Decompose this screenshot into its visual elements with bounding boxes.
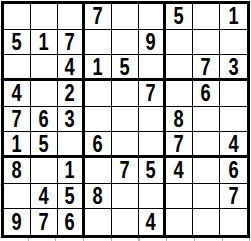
cell-r7c2[interactable] xyxy=(31,158,58,184)
cell-r1c3[interactable] xyxy=(58,4,85,30)
cell-r7c9[interactable]: 6 xyxy=(220,158,247,184)
cell-r5c8[interactable] xyxy=(193,107,220,133)
cell-r9c2[interactable]: 7 xyxy=(31,209,58,235)
cell-r5c9[interactable] xyxy=(220,107,247,133)
given-digit: 5 xyxy=(120,55,130,78)
cell-r9c4[interactable] xyxy=(85,209,112,235)
given-digit: 5 xyxy=(39,132,49,155)
given-digit: 8 xyxy=(174,107,184,131)
cell-r3c2[interactable] xyxy=(31,55,58,81)
left-gridline-ticks xyxy=(0,1,1,238)
cell-r4c3[interactable]: 2 xyxy=(58,81,85,107)
given-digit: 6 xyxy=(39,107,49,131)
cell-r1c1[interactable] xyxy=(4,4,31,30)
given-digit: 5 xyxy=(65,184,75,208)
cell-r6c6[interactable] xyxy=(139,132,166,158)
cell-r4c2[interactable] xyxy=(31,81,58,107)
cell-r3c7[interactable] xyxy=(166,55,193,81)
given-digit: 7 xyxy=(228,184,238,208)
cell-r8c2[interactable]: 4 xyxy=(31,184,58,210)
cell-r6c9[interactable]: 4 xyxy=(220,132,247,158)
cell-r2c4[interactable] xyxy=(85,30,112,56)
given-digit: 7 xyxy=(201,55,211,78)
given-digit: 7 xyxy=(65,30,75,54)
given-digit: 3 xyxy=(65,107,75,131)
cell-r9c1[interactable]: 9 xyxy=(4,209,31,235)
given-digit: 7 xyxy=(12,107,22,131)
given-digit: 9 xyxy=(12,210,22,234)
cell-r7c6[interactable]: 5 xyxy=(139,158,166,184)
cell-r5c1[interactable]: 7 xyxy=(4,107,31,133)
given-digit: 9 xyxy=(146,30,156,54)
cell-r9c8[interactable] xyxy=(193,209,220,235)
cell-r2c3[interactable]: 7 xyxy=(58,30,85,56)
cell-r2c2[interactable]: 1 xyxy=(31,30,58,56)
given-digit: 5 xyxy=(12,30,22,54)
cell-r8c8[interactable] xyxy=(193,184,220,210)
given-digit: 1 xyxy=(93,55,103,78)
cell-r4c4[interactable] xyxy=(85,81,112,107)
cell-r2c5[interactable] xyxy=(112,30,139,56)
cell-r8c3[interactable]: 5 xyxy=(58,184,85,210)
given-digit: 5 xyxy=(174,4,184,28)
cell-r9c3[interactable]: 6 xyxy=(58,209,85,235)
cell-r5c2[interactable]: 6 xyxy=(31,107,58,133)
cell-r9c9[interactable] xyxy=(220,209,247,235)
cell-r2c6[interactable]: 9 xyxy=(139,30,166,56)
cell-r2c9[interactable] xyxy=(220,30,247,56)
cell-r6c1[interactable]: 1 xyxy=(4,132,31,158)
given-digit: 1 xyxy=(12,132,22,155)
cell-r1c9[interactable]: 1 xyxy=(220,4,247,30)
cell-r1c7[interactable]: 5 xyxy=(166,4,193,30)
cell-r1c6[interactable] xyxy=(139,4,166,30)
cell-r1c4[interactable]: 7 xyxy=(85,4,112,30)
given-digit: 8 xyxy=(93,184,103,208)
cell-r4c7[interactable] xyxy=(166,81,193,107)
given-digit: 5 xyxy=(146,158,156,182)
cell-r7c8[interactable] xyxy=(193,158,220,184)
cell-r7c5[interactable]: 7 xyxy=(112,158,139,184)
cell-r6c3[interactable] xyxy=(58,132,85,158)
cell-r8c9[interactable]: 7 xyxy=(220,184,247,210)
given-digit: 7 xyxy=(174,132,184,155)
given-digit: 4 xyxy=(146,210,156,234)
cell-r7c1[interactable]: 8 xyxy=(4,158,31,184)
cell-r3c3[interactable]: 4 xyxy=(58,55,85,81)
given-digit: 4 xyxy=(12,81,22,105)
given-digit: 1 xyxy=(228,4,238,28)
cell-r4c1[interactable]: 4 xyxy=(4,81,31,107)
given-digit: 4 xyxy=(174,158,184,182)
sudoku-screen: 751517941573427676381567481754645879764 xyxy=(0,0,251,241)
cell-r1c2[interactable] xyxy=(31,4,58,30)
given-digit: 7 xyxy=(93,4,103,28)
cell-r7c3[interactable]: 1 xyxy=(58,158,85,184)
cell-r3c5[interactable]: 5 xyxy=(112,55,139,81)
cell-r8c6[interactable] xyxy=(139,184,166,210)
given-digit: 4 xyxy=(39,184,49,208)
cell-r5c3[interactable]: 3 xyxy=(58,107,85,133)
cell-r6c8[interactable] xyxy=(193,132,220,158)
given-digit: 6 xyxy=(65,210,75,234)
given-digit: 7 xyxy=(146,81,156,105)
cell-r5c4[interactable] xyxy=(85,107,112,133)
cell-r3c9[interactable]: 3 xyxy=(220,55,247,81)
given-digit: 2 xyxy=(65,81,75,105)
cell-r6c7[interactable]: 7 xyxy=(166,132,193,158)
cell-r5c5[interactable] xyxy=(112,107,139,133)
cell-r4c5[interactable] xyxy=(112,81,139,107)
given-digit: 7 xyxy=(39,210,49,234)
cell-r2c1[interactable]: 5 xyxy=(4,30,31,56)
cell-r6c4[interactable]: 6 xyxy=(85,132,112,158)
given-digit: 4 xyxy=(228,132,238,155)
cell-r8c7[interactable] xyxy=(166,184,193,210)
cell-r8c4[interactable]: 8 xyxy=(85,184,112,210)
cell-r3c8[interactable]: 7 xyxy=(193,55,220,81)
given-digit: 6 xyxy=(228,158,238,182)
given-digit: 1 xyxy=(39,30,49,54)
given-digit: 7 xyxy=(120,158,130,182)
cell-r9c5[interactable] xyxy=(112,209,139,235)
given-digit: 3 xyxy=(228,55,238,78)
sudoku-board: 751517941573427676381567481754645879764 xyxy=(1,1,250,238)
cell-r1c5[interactable] xyxy=(112,4,139,30)
cell-r3c1[interactable] xyxy=(4,55,31,81)
cell-r9c7[interactable] xyxy=(166,209,193,235)
cell-r6c2[interactable]: 5 xyxy=(31,132,58,158)
cell-r4c6[interactable]: 7 xyxy=(139,81,166,107)
cell-r5c6[interactable] xyxy=(139,107,166,133)
cell-r3c6[interactable] xyxy=(139,55,166,81)
cell-r9c6[interactable]: 4 xyxy=(139,209,166,235)
cell-r7c4[interactable] xyxy=(85,158,112,184)
cell-r7c7[interactable]: 4 xyxy=(166,158,193,184)
cell-r2c7[interactable] xyxy=(166,30,193,56)
given-digit: 6 xyxy=(201,81,211,105)
cell-r2c8[interactable] xyxy=(193,30,220,56)
given-digit: 4 xyxy=(65,55,75,78)
cell-r8c1[interactable] xyxy=(4,184,31,210)
cell-r1c8[interactable] xyxy=(193,4,220,30)
cell-r4c9[interactable] xyxy=(220,81,247,107)
cell-r8c5[interactable] xyxy=(112,184,139,210)
cell-r5c7[interactable]: 8 xyxy=(166,107,193,133)
cell-r4c8[interactable]: 6 xyxy=(193,81,220,107)
given-digit: 1 xyxy=(65,158,75,182)
cell-r3c4[interactable]: 1 xyxy=(85,55,112,81)
given-digit: 6 xyxy=(93,132,103,155)
cell-r6c5[interactable] xyxy=(112,132,139,158)
given-digit: 8 xyxy=(12,158,22,182)
